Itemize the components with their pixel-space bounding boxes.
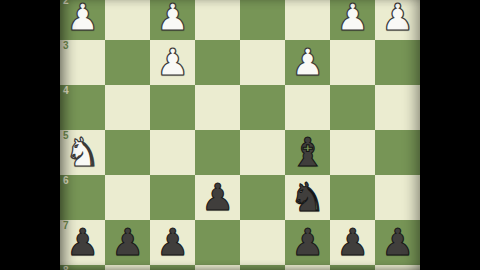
square-a8[interactable] (375, 265, 420, 270)
square-f3[interactable]: ♟ (150, 40, 195, 85)
piece-white-pawn-f3[interactable]: ♟ (150, 40, 195, 85)
square-f7[interactable]: ♟ (150, 220, 195, 265)
square-a5[interactable] (375, 130, 420, 175)
square-b2[interactable]: ♟ (330, 0, 375, 40)
square-d7[interactable] (240, 220, 285, 265)
square-c7[interactable]: ♟ (285, 220, 330, 265)
square-d2[interactable] (240, 0, 285, 40)
square-f8[interactable] (150, 265, 195, 270)
square-c5[interactable]: ♝ (285, 130, 330, 175)
square-f2[interactable]: ♟ (150, 0, 195, 40)
square-g7[interactable]: ♟ (105, 220, 150, 265)
square-f5[interactable] (150, 130, 195, 175)
square-b7[interactable]: ♟ (330, 220, 375, 265)
piece-white-pawn-h2[interactable]: ♟ (60, 0, 105, 40)
square-a2[interactable]: ♟ (375, 0, 420, 40)
square-d6[interactable] (240, 175, 285, 220)
piece-black-pawn-a7[interactable]: ♟ (375, 220, 420, 265)
square-g6[interactable] (105, 175, 150, 220)
square-b6[interactable] (330, 175, 375, 220)
video-frame: 2♟♟♟♟3♟♟45♞♝6♟♞7♟♟♟♟♟♟8♚♛♝ (0, 0, 480, 270)
square-c2[interactable] (285, 0, 330, 40)
square-d3[interactable] (240, 40, 285, 85)
square-h2[interactable]: 2♟ (60, 0, 105, 40)
piece-white-pawn-c3[interactable]: ♟ (285, 40, 330, 85)
piece-black-bishop-c5[interactable]: ♝ (285, 130, 330, 175)
square-g3[interactable] (105, 40, 150, 85)
square-e7[interactable] (195, 220, 240, 265)
rank-label-6: 6 (63, 175, 69, 187)
square-g5[interactable] (105, 130, 150, 175)
piece-black-king-g8[interactable]: ♚ (105, 265, 150, 270)
square-c8[interactable]: ♝ (285, 265, 330, 270)
square-b4[interactable] (330, 85, 375, 130)
square-e2[interactable] (195, 0, 240, 40)
square-b5[interactable] (330, 130, 375, 175)
rank-label-3: 3 (63, 40, 69, 52)
square-c6[interactable]: ♞ (285, 175, 330, 220)
letterbox-left (0, 0, 60, 270)
chess-board: 2♟♟♟♟3♟♟45♞♝6♟♞7♟♟♟♟♟♟8♚♛♝ (60, 0, 420, 270)
square-e5[interactable] (195, 130, 240, 175)
square-g2[interactable] (105, 0, 150, 40)
piece-black-pawn-b7[interactable]: ♟ (330, 220, 375, 265)
piece-black-pawn-f7[interactable]: ♟ (150, 220, 195, 265)
rank-label-4: 4 (63, 85, 69, 97)
piece-black-knight-c6[interactable]: ♞ (285, 175, 330, 220)
square-a7[interactable]: ♟ (375, 220, 420, 265)
piece-white-pawn-b2[interactable]: ♟ (330, 0, 375, 40)
square-c3[interactable]: ♟ (285, 40, 330, 85)
square-a4[interactable] (375, 85, 420, 130)
piece-white-knight-h5[interactable]: ♞ (60, 130, 105, 175)
rank-label-8: 8 (63, 265, 69, 270)
square-b8[interactable] (330, 265, 375, 270)
letterbox-right (420, 0, 480, 270)
square-f6[interactable] (150, 175, 195, 220)
square-h6[interactable]: 6 (60, 175, 105, 220)
piece-black-pawn-e6[interactable]: ♟ (195, 175, 240, 220)
square-h8[interactable]: 8 (60, 265, 105, 270)
piece-black-pawn-h7[interactable]: ♟ (60, 220, 105, 265)
piece-black-queen-d8[interactable]: ♛ (240, 265, 285, 270)
piece-white-pawn-f2[interactable]: ♟ (150, 0, 195, 40)
square-e4[interactable] (195, 85, 240, 130)
square-h7[interactable]: 7♟ (60, 220, 105, 265)
square-h5[interactable]: 5♞ (60, 130, 105, 175)
square-d8[interactable]: ♛ (240, 265, 285, 270)
square-a3[interactable] (375, 40, 420, 85)
square-a6[interactable] (375, 175, 420, 220)
square-c4[interactable] (285, 85, 330, 130)
square-h4[interactable]: 4 (60, 85, 105, 130)
piece-black-bishop-c8[interactable]: ♝ (285, 265, 330, 270)
square-e8[interactable] (195, 265, 240, 270)
square-d5[interactable] (240, 130, 285, 175)
square-d4[interactable] (240, 85, 285, 130)
square-b3[interactable] (330, 40, 375, 85)
square-g4[interactable] (105, 85, 150, 130)
square-e6[interactable]: ♟ (195, 175, 240, 220)
piece-white-pawn-a2[interactable]: ♟ (375, 0, 420, 40)
square-f4[interactable] (150, 85, 195, 130)
piece-black-pawn-c7[interactable]: ♟ (285, 220, 330, 265)
square-g8[interactable]: ♚ (105, 265, 150, 270)
square-e3[interactable] (195, 40, 240, 85)
square-h3[interactable]: 3 (60, 40, 105, 85)
piece-black-pawn-g7[interactable]: ♟ (105, 220, 150, 265)
